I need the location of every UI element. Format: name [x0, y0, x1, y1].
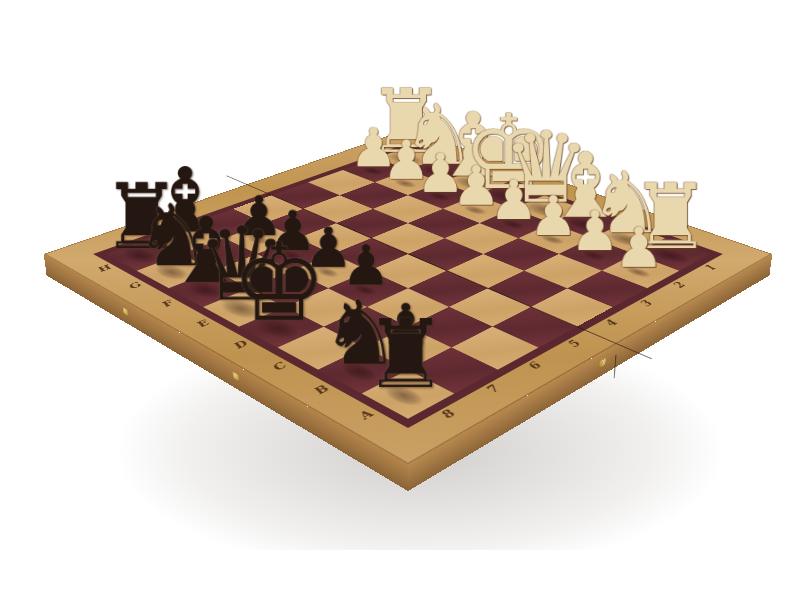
- brass-clasp: [123, 307, 129, 316]
- square-a8[interactable]: ♜: [362, 370, 455, 419]
- brass-clasp: [232, 371, 239, 381]
- photo-stage: ♜♞♝♚♛♝♞♜♟♟♟♟♟♟♟♟♟♟♟♟♝♟♜♞♝♛♚♞♜ ABCDEFGH12…: [0, 0, 800, 600]
- file-label-a: A: [353, 409, 377, 422]
- file-label-c: C: [267, 361, 290, 373]
- brass-clasp: [599, 357, 606, 368]
- file-label-g: G: [124, 281, 144, 291]
- file-label-b: B: [309, 384, 333, 397]
- file-label-e: E: [192, 319, 213, 329]
- rank-label-1: 1: [700, 264, 720, 272]
- file-label-f: F: [157, 299, 176, 308]
- file-label-d: D: [228, 339, 251, 350]
- rank-label-3: 3: [635, 299, 656, 308]
- file-label-h: H: [93, 264, 114, 273]
